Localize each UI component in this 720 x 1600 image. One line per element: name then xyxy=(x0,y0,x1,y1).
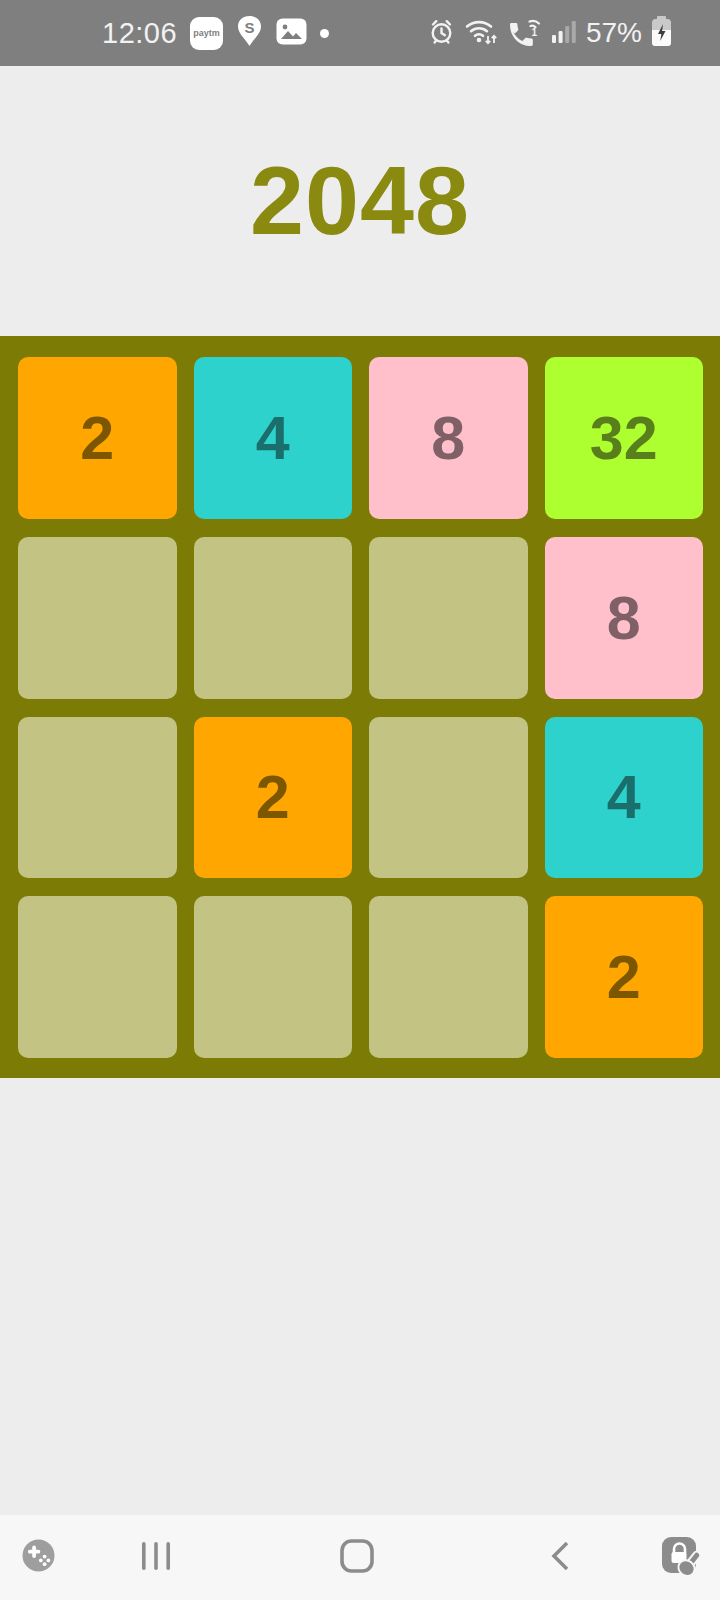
tile-2-r3c2: 2 xyxy=(194,717,353,879)
home-button[interactable] xyxy=(339,1515,375,1600)
tile-empty-r2c1 xyxy=(18,537,177,699)
status-bar: 12:06 paytm S xyxy=(0,0,720,66)
game-board[interactable]: 248328242 xyxy=(0,336,720,1078)
game-controller-icon xyxy=(22,1539,55,1576)
paytm-logo-text: paytm xyxy=(193,28,220,38)
page-title: 2048 xyxy=(250,145,470,257)
notification-dot xyxy=(320,29,329,38)
header: 2048 xyxy=(0,66,720,336)
paytm-notification-icon: paytm xyxy=(190,17,223,50)
clock-text: 12:06 xyxy=(102,17,177,50)
tile-empty-r4c2 xyxy=(194,896,353,1058)
wifi-icon xyxy=(464,16,498,50)
wifi-calling-icon: 1 xyxy=(507,15,543,51)
tile-empty-r4c1 xyxy=(18,896,177,1058)
tile-empty-r2c3 xyxy=(369,537,528,699)
tile-2-r1c1: 2 xyxy=(18,357,177,519)
home-icon xyxy=(339,1538,375,1578)
tile-2-r4c4: 2 xyxy=(545,896,704,1058)
signal-strength-icon xyxy=(552,18,577,49)
recents-icon xyxy=(142,1541,170,1575)
gallery-notification-icon xyxy=(276,18,307,49)
battery-percent-text: 57% xyxy=(586,17,642,49)
touch-lock-icon xyxy=(659,1533,705,1583)
back-button[interactable] xyxy=(546,1515,574,1600)
tile-empty-r2c2 xyxy=(194,537,353,699)
game-tools-button[interactable] xyxy=(20,1515,56,1600)
alarm-icon xyxy=(428,18,455,49)
wifi-calling-count: 1 xyxy=(531,27,537,38)
status-bar-right-cluster: 1 57% xyxy=(428,0,672,66)
tile-empty-r3c3 xyxy=(369,717,528,879)
swiggy-notification-icon: S xyxy=(236,15,263,52)
tile-8-r1c3: 8 xyxy=(369,357,528,519)
status-bar-left-cluster: 12:06 paytm S xyxy=(102,0,329,66)
tile-32-r1c4: 32 xyxy=(545,357,704,519)
tile-empty-r3c1 xyxy=(18,717,177,879)
tile-empty-r4c3 xyxy=(369,896,528,1058)
tile-4-r1c2: 4 xyxy=(194,357,353,519)
tile-8-r2c4: 8 xyxy=(545,537,704,699)
tile-4-r3c4: 4 xyxy=(545,717,704,879)
navigation-bar xyxy=(0,1515,720,1600)
svg-text:S: S xyxy=(245,18,255,35)
recents-button[interactable] xyxy=(139,1515,173,1600)
touch-lock-button[interactable] xyxy=(659,1515,705,1600)
back-chevron-icon xyxy=(547,1540,573,1576)
battery-charging-icon xyxy=(651,16,672,51)
